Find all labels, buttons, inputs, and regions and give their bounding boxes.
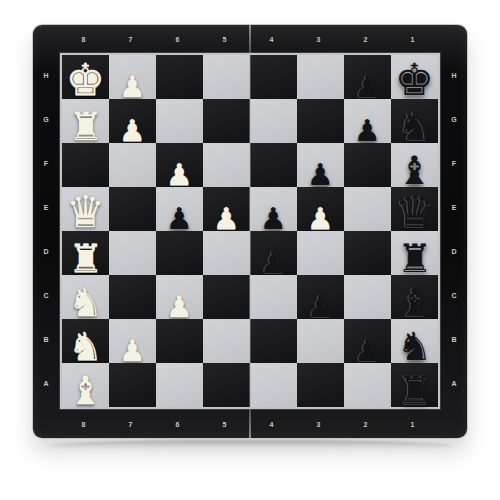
square-d6[interactable] — [156, 231, 203, 275]
square-e4[interactable]: ♟ — [250, 187, 297, 231]
square-a3[interactable] — [297, 363, 344, 407]
square-d8[interactable]: ♜ — [62, 231, 109, 275]
square-c8[interactable]: ♞ — [62, 275, 109, 319]
white-knight-c8[interactable]: ♞ — [68, 283, 103, 322]
coord-label-bottom-6: 6 — [154, 416, 201, 432]
white-pawn-e5[interactable]: ♟ — [213, 204, 240, 234]
square-h5[interactable] — [203, 55, 250, 99]
chess-board-frame: HGFEDCBA HGFEDCBA 87654321 87654321 ♚♟♟♚… — [33, 25, 467, 438]
board-drop-shadow — [48, 440, 452, 452]
coord-label-top-4: 4 — [248, 31, 295, 47]
black-pawn-g2[interactable]: ♟ — [354, 116, 381, 146]
coord-label-right-E: E — [446, 185, 462, 229]
black-queen-e1[interactable]: ♛ — [395, 190, 434, 234]
square-h4[interactable] — [250, 55, 297, 99]
coord-label-bottom-1: 1 — [389, 416, 436, 432]
square-e7[interactable] — [109, 187, 156, 231]
black-pawn-h2[interactable]: ♟ — [354, 72, 381, 102]
square-b1[interactable]: ♞ — [391, 319, 438, 363]
square-f2[interactable] — [344, 143, 391, 187]
square-e2[interactable] — [344, 187, 391, 231]
coord-label-bottom-2: 2 — [342, 416, 389, 432]
square-h3[interactable] — [297, 55, 344, 99]
board-fold-seam — [249, 25, 251, 438]
coord-label-left-G: G — [38, 97, 54, 141]
square-e6[interactable]: ♟ — [156, 187, 203, 231]
coord-label-right-D: D — [446, 229, 462, 273]
black-bishop-c1[interactable]: ♝ — [397, 283, 432, 322]
square-b4[interactable] — [250, 319, 297, 363]
square-d5[interactable] — [203, 231, 250, 275]
coord-label-right-H: H — [446, 53, 462, 97]
coord-label-right-A: A — [446, 361, 462, 405]
square-b3[interactable] — [297, 319, 344, 363]
square-d1[interactable]: ♜ — [391, 231, 438, 275]
white-queen-e8[interactable]: ♛ — [66, 190, 105, 234]
square-a5[interactable] — [203, 363, 250, 407]
coord-label-left-H: H — [38, 53, 54, 97]
square-f4[interactable] — [250, 143, 297, 187]
square-f3[interactable]: ♟ — [297, 143, 344, 187]
square-f7[interactable] — [109, 143, 156, 187]
coord-label-top-2: 2 — [342, 31, 389, 47]
square-b6[interactable] — [156, 319, 203, 363]
square-d4[interactable]: ♟ — [250, 231, 297, 275]
square-b7[interactable]: ♟ — [109, 319, 156, 363]
coord-label-left-E: E — [38, 185, 54, 229]
white-pawn-e3[interactable]: ♟ — [307, 204, 334, 234]
black-rook-a1[interactable]: ♜ — [397, 371, 432, 410]
rank-labels-bottom: 87654321 — [60, 416, 436, 432]
square-e5[interactable]: ♟ — [203, 187, 250, 231]
coord-label-bottom-4: 4 — [248, 416, 295, 432]
black-knight-g1[interactable]: ♞ — [397, 107, 432, 146]
square-a8[interactable]: ♝ — [62, 363, 109, 407]
white-pawn-f6[interactable]: ♟ — [166, 160, 193, 190]
black-pawn-f3[interactable]: ♟ — [307, 160, 334, 190]
square-a1[interactable]: ♜ — [391, 363, 438, 407]
coord-label-left-A: A — [38, 361, 54, 405]
coord-label-bottom-3: 3 — [295, 416, 342, 432]
square-c6[interactable]: ♟ — [156, 275, 203, 319]
square-c3[interactable]: ♟ — [297, 275, 344, 319]
coord-label-left-F: F — [38, 141, 54, 185]
black-pawn-e6[interactable]: ♟ — [166, 204, 193, 234]
square-f1[interactable]: ♝ — [391, 143, 438, 187]
coord-label-top-7: 7 — [107, 31, 154, 47]
square-h7[interactable]: ♟ — [109, 55, 156, 99]
black-king-h1[interactable]: ♚ — [395, 58, 434, 102]
coord-label-bottom-8: 8 — [60, 416, 107, 432]
coord-label-left-B: B — [38, 317, 54, 361]
white-rook-g8[interactable]: ♜ — [68, 107, 103, 146]
square-h6[interactable] — [156, 55, 203, 99]
square-f8[interactable] — [62, 143, 109, 187]
black-rook-d1[interactable]: ♜ — [397, 239, 432, 278]
coord-label-right-C: C — [446, 273, 462, 317]
file-labels-right: HGFEDCBA — [446, 53, 462, 405]
square-h1[interactable]: ♚ — [391, 55, 438, 99]
coord-label-top-5: 5 — [201, 31, 248, 47]
coord-label-left-D: D — [38, 229, 54, 273]
coord-label-left-C: C — [38, 273, 54, 317]
square-a6[interactable] — [156, 363, 203, 407]
coord-label-right-B: B — [446, 317, 462, 361]
square-a4[interactable] — [250, 363, 297, 407]
black-pawn-e4[interactable]: ♟ — [260, 204, 287, 234]
square-c4[interactable] — [250, 275, 297, 319]
square-b8[interactable]: ♞ — [62, 319, 109, 363]
square-a7[interactable] — [109, 363, 156, 407]
square-f5[interactable] — [203, 143, 250, 187]
square-g4[interactable] — [250, 99, 297, 143]
black-pawn-c3[interactable]: ♟ — [307, 292, 334, 322]
square-b5[interactable] — [203, 319, 250, 363]
square-g3[interactable] — [297, 99, 344, 143]
square-a2[interactable] — [344, 363, 391, 407]
coord-label-top-3: 3 — [295, 31, 342, 47]
square-c5[interactable] — [203, 275, 250, 319]
square-c7[interactable] — [109, 275, 156, 319]
square-g7[interactable]: ♟ — [109, 99, 156, 143]
square-d7[interactable] — [109, 231, 156, 275]
coord-label-right-F: F — [446, 141, 462, 185]
square-h8[interactable]: ♚ — [62, 55, 109, 99]
black-bishop-f1[interactable]: ♝ — [397, 151, 432, 190]
white-pawn-b7[interactable]: ♟ — [119, 336, 146, 366]
square-f6[interactable]: ♟ — [156, 143, 203, 187]
coord-label-bottom-7: 7 — [107, 416, 154, 432]
square-h2[interactable]: ♟ — [344, 55, 391, 99]
file-labels-left: HGFEDCBA — [38, 53, 54, 405]
square-g6[interactable] — [156, 99, 203, 143]
white-rook-d8[interactable]: ♜ — [68, 239, 103, 278]
coord-label-top-6: 6 — [154, 31, 201, 47]
white-pawn-g7[interactable]: ♟ — [119, 116, 146, 146]
product-photo-scene: HGFEDCBA HGFEDCBA 87654321 87654321 ♚♟♟♚… — [0, 0, 500, 500]
square-e3[interactable]: ♟ — [297, 187, 344, 231]
square-g2[interactable]: ♟ — [344, 99, 391, 143]
square-e8[interactable]: ♛ — [62, 187, 109, 231]
coord-label-top-8: 8 — [60, 31, 107, 47]
rank-labels-top: 87654321 — [60, 31, 436, 47]
coord-label-right-G: G — [446, 97, 462, 141]
square-c2[interactable] — [344, 275, 391, 319]
square-c1[interactable]: ♝ — [391, 275, 438, 319]
square-d3[interactable] — [297, 231, 344, 275]
square-d2[interactable] — [344, 231, 391, 275]
white-pawn-h7[interactable]: ♟ — [119, 72, 146, 102]
square-e1[interactable]: ♛ — [391, 187, 438, 231]
square-b2[interactable]: ♟ — [344, 319, 391, 363]
black-pawn-d4[interactable]: ♟ — [260, 248, 287, 278]
square-g1[interactable]: ♞ — [391, 99, 438, 143]
white-knight-b8[interactable]: ♞ — [68, 327, 103, 366]
black-pawn-b2[interactable]: ♟ — [354, 336, 381, 366]
square-g5[interactable] — [203, 99, 250, 143]
coord-label-top-1: 1 — [389, 31, 436, 47]
white-king-h8[interactable]: ♚ — [66, 58, 105, 102]
black-knight-b1[interactable]: ♞ — [397, 327, 432, 366]
square-g8[interactable]: ♜ — [62, 99, 109, 143]
white-bishop-a8[interactable]: ♝ — [68, 371, 103, 410]
white-pawn-c6[interactable]: ♟ — [166, 292, 193, 322]
coord-label-bottom-5: 5 — [201, 416, 248, 432]
